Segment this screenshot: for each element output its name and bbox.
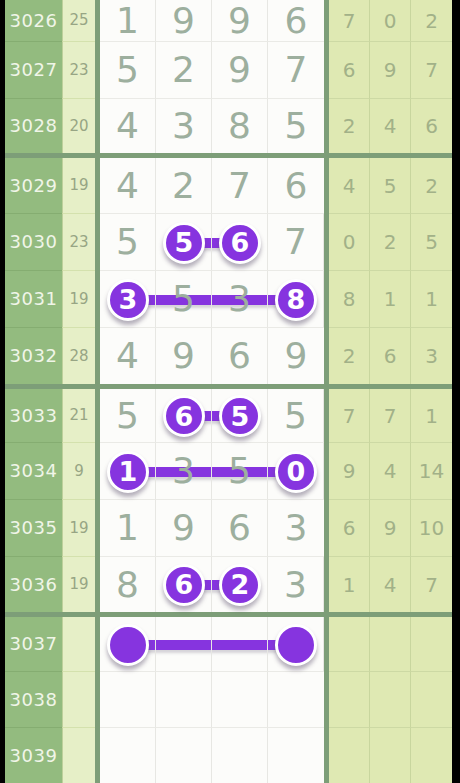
main-digit-cell: 8: [100, 557, 156, 612]
stat-cell: [370, 728, 411, 783]
stat-cell: 1: [411, 271, 452, 328]
stat-cell: 7: [370, 389, 411, 443]
stat-cell: [370, 672, 411, 728]
chart-row: 3039: [5, 728, 452, 783]
main-digit-cell: 5: [156, 271, 212, 328]
digit-row-area: 565565: [95, 389, 329, 443]
stat-area: 263: [329, 328, 452, 384]
digit-row-area: 1996: [95, 0, 329, 42]
stat-cell: 2: [329, 99, 370, 153]
stat-cell: 9: [370, 42, 411, 99]
sum-cell: 19: [62, 500, 95, 557]
main-digit-cell: 5: [100, 42, 156, 99]
sum-cell: 21: [62, 389, 95, 443]
period-id-cell: 3027: [5, 42, 62, 99]
stat-area: 147: [329, 557, 452, 612]
stat-cell: 6: [411, 99, 452, 153]
trend-chart[interactable]: 3026251996702302723529769730282043852463…: [5, 0, 452, 783]
stat-cell: 0: [370, 0, 411, 42]
digit-row-area: [95, 617, 329, 672]
stat-cell: 8: [329, 271, 370, 328]
digit-row-area: 862362: [95, 557, 329, 612]
period-id-cell: 3028: [5, 99, 62, 153]
stat-cell: 2: [411, 158, 452, 214]
stat-area: [329, 728, 452, 783]
chart-row: 3037: [5, 617, 452, 672]
stat-cell: 6: [329, 500, 370, 557]
stat-area: 811: [329, 271, 452, 328]
period-id-cell: 3039: [5, 728, 62, 783]
highlight-circle: [107, 624, 149, 666]
main-digit-cell: [156, 728, 212, 783]
chart-row: 3027235297697: [5, 42, 452, 99]
period-id-cell: 3033: [5, 389, 62, 443]
stat-cell: [411, 672, 452, 728]
sum-cell: 19: [62, 271, 95, 328]
digit-row-area: 135010: [95, 443, 329, 500]
stat-cell: 4: [370, 99, 411, 153]
chart-row: 303619862362147: [5, 557, 452, 612]
main-digit-cell: 6: [212, 328, 268, 384]
period-id-cell: 3038: [5, 672, 62, 728]
digit-row-area: [95, 672, 329, 728]
stat-cell: 10: [411, 500, 452, 557]
main-digit-cell: 3: [268, 500, 324, 557]
chart-row: 3028204385246: [5, 99, 452, 153]
main-digit-cell: 3: [156, 443, 212, 500]
stat-cell: 9: [370, 500, 411, 557]
highlight-circle: 8: [275, 279, 317, 321]
chart-row: 3038: [5, 672, 452, 728]
highlight-circle: 5: [163, 222, 205, 264]
main-digit-cell: [212, 672, 268, 728]
main-digit-cell: 3: [156, 99, 212, 153]
period-id-cell: 3035: [5, 500, 62, 557]
main-digit-cell: [212, 617, 268, 672]
stat-cell: 1: [329, 557, 370, 612]
digit-row-area: [95, 728, 329, 783]
highlight-circle: [275, 624, 317, 666]
highlight-circle: 3: [107, 279, 149, 321]
main-digit-cell: 3: [268, 557, 324, 612]
main-digit-cell: 8: [212, 99, 268, 153]
chart-row: 303023556756025: [5, 214, 452, 271]
main-digit-cell: 6: [268, 0, 324, 42]
period-id-cell: 3031: [5, 271, 62, 328]
stat-cell: 7: [411, 557, 452, 612]
main-digit-cell: 5: [268, 99, 324, 153]
main-digit-cell: 4: [100, 99, 156, 153]
stat-cell: [411, 728, 452, 783]
sum-cell: [62, 617, 95, 672]
stat-area: 6910: [329, 500, 452, 557]
main-digit-cell: 5: [100, 389, 156, 443]
highlight-circle: 2: [219, 564, 261, 606]
main-digit-cell: 9: [156, 328, 212, 384]
stat-area: 9414: [329, 443, 452, 500]
stat-area: 452: [329, 158, 452, 214]
main-digit-cell: [100, 672, 156, 728]
main-digit-cell: 6: [268, 158, 324, 214]
stat-cell: 3: [411, 328, 452, 384]
period-id-cell: 3026: [5, 0, 62, 42]
stat-cell: 14: [411, 443, 452, 500]
highlight-circle: 6: [163, 395, 205, 437]
stat-area: 025: [329, 214, 452, 271]
sum-cell: [62, 728, 95, 783]
chart-row: 3026251996702: [5, 0, 452, 42]
main-digit-cell: [156, 617, 212, 672]
main-digit-cell: 1: [100, 500, 156, 557]
sum-cell: 25: [62, 0, 95, 42]
stat-area: 702: [329, 0, 452, 42]
stat-cell: 1: [370, 271, 411, 328]
stat-cell: [411, 617, 452, 672]
main-digit-cell: [268, 672, 324, 728]
stat-cell: 6: [370, 328, 411, 384]
digit-row-area: 1963: [95, 500, 329, 557]
main-digit-cell: 9: [212, 0, 268, 42]
main-digit-cell: 7: [268, 42, 324, 99]
period-id-cell: 3037: [5, 617, 62, 672]
digit-row-area: 556756: [95, 214, 329, 271]
stat-cell: 7: [329, 389, 370, 443]
chart-row: 303491350109414: [5, 443, 452, 500]
stat-area: [329, 672, 452, 728]
highlight-circle: 6: [219, 222, 261, 264]
period-id-cell: 3034: [5, 443, 62, 500]
digit-row-area: 4276: [95, 158, 329, 214]
main-digit-cell: 1: [100, 0, 156, 42]
sum-cell: 23: [62, 42, 95, 99]
main-digit-cell: 6: [212, 500, 268, 557]
main-digit-cell: 2: [156, 42, 212, 99]
chart-row: 3029194276452: [5, 158, 452, 214]
stat-cell: 5: [370, 158, 411, 214]
sum-cell: 23: [62, 214, 95, 271]
stat-area: 771: [329, 389, 452, 443]
stat-cell: 2: [329, 328, 370, 384]
main-digit-cell: 9: [268, 328, 324, 384]
period-id-cell: 3030: [5, 214, 62, 271]
main-digit-cell: 7: [268, 214, 324, 271]
highlight-circle: 0: [275, 451, 317, 493]
sum-cell: 19: [62, 158, 95, 214]
main-digit-cell: 3: [212, 271, 268, 328]
sum-cell: 19: [62, 557, 95, 612]
main-digit-cell: 5: [212, 443, 268, 500]
stat-area: [329, 617, 452, 672]
stat-cell: 4: [329, 158, 370, 214]
stat-area: 246: [329, 99, 452, 153]
main-digit-cell: 2: [156, 158, 212, 214]
stat-cell: 2: [370, 214, 411, 271]
stat-cell: [329, 617, 370, 672]
period-id-cell: 3029: [5, 158, 62, 214]
highlight-circle: 1: [107, 451, 149, 493]
highlight-circle: 5: [219, 395, 261, 437]
stat-cell: 2: [411, 0, 452, 42]
main-digit-cell: [156, 672, 212, 728]
highlight-circle: 6: [163, 564, 205, 606]
stat-cell: [329, 672, 370, 728]
sum-cell: [62, 672, 95, 728]
chart-row: 303119353838811: [5, 271, 452, 328]
chart-row: 3032284969263: [5, 328, 452, 384]
stat-cell: 1: [411, 389, 452, 443]
digit-row-area: 4385: [95, 99, 329, 153]
stat-cell: 0: [329, 214, 370, 271]
main-digit-cell: 7: [212, 158, 268, 214]
main-digit-cell: [268, 728, 324, 783]
stat-area: 697: [329, 42, 452, 99]
main-digit-cell: 9: [156, 0, 212, 42]
stat-cell: 9: [329, 443, 370, 500]
main-digit-cell: 9: [212, 42, 268, 99]
period-id-cell: 3036: [5, 557, 62, 612]
stat-cell: 4: [370, 443, 411, 500]
digit-row-area: 4969: [95, 328, 329, 384]
stat-cell: [370, 617, 411, 672]
main-digit-cell: [100, 728, 156, 783]
sum-cell: 20: [62, 99, 95, 153]
stat-cell: 4: [370, 557, 411, 612]
main-digit-cell: 4: [100, 328, 156, 384]
stat-cell: [329, 728, 370, 783]
stat-cell: 6: [329, 42, 370, 99]
digit-row-area: 353838: [95, 271, 329, 328]
main-digit-cell: 5: [268, 389, 324, 443]
chart-row: 30351919636910: [5, 500, 452, 557]
stat-cell: 7: [329, 0, 370, 42]
period-id-cell: 3032: [5, 328, 62, 384]
sum-cell: 9: [62, 443, 95, 500]
chart-row: 303321565565771: [5, 389, 452, 443]
stat-cell: 7: [411, 42, 452, 99]
main-digit-cell: 5: [100, 214, 156, 271]
digit-row-area: 5297: [95, 42, 329, 99]
phone-screenshot: 3026251996702302723529769730282043852463…: [0, 0, 460, 783]
main-digit-cell: 4: [100, 158, 156, 214]
stat-cell: 5: [411, 214, 452, 271]
main-digit-cell: 9: [156, 500, 212, 557]
sum-cell: 28: [62, 328, 95, 384]
main-digit-cell: [212, 728, 268, 783]
